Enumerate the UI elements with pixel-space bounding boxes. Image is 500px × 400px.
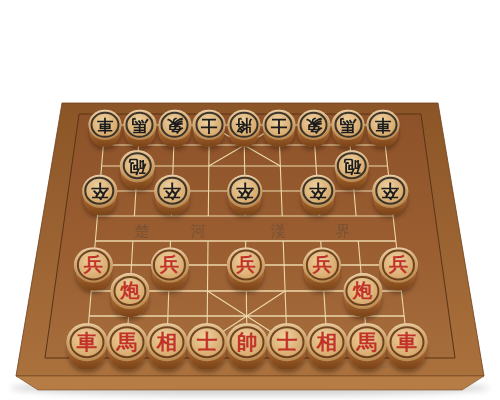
piece-face: 卒	[300, 175, 335, 208]
piece-face: 兵	[379, 247, 417, 282]
piece-black-advisor[interactable]: 士	[193, 110, 226, 147]
piece-red-cannon[interactable]: 炮	[110, 273, 149, 317]
piece-character: 馬	[332, 110, 365, 140]
piece-black-chariot[interactable]: 車	[89, 110, 122, 147]
piece-face: 將	[228, 110, 261, 140]
piece-black-elephant[interactable]: 象	[158, 110, 191, 147]
piece-character: 車	[367, 110, 400, 140]
piece-red-soldier[interactable]: 兵	[151, 247, 189, 290]
piece-face: 士	[262, 110, 295, 140]
piece-black-horse[interactable]: 馬	[332, 110, 365, 147]
piece-black-cannon[interactable]: 砲	[335, 150, 370, 189]
piece-face: 馬	[123, 110, 156, 140]
piece-character: 馬	[107, 323, 148, 361]
piece-black-soldier[interactable]: 卒	[300, 175, 335, 215]
piece-face: 車	[367, 110, 400, 140]
piece-black-soldier[interactable]: 卒	[82, 175, 117, 215]
playing-surface	[45, 114, 455, 358]
piece-face: 士	[193, 110, 226, 140]
piece-character: 砲	[120, 150, 155, 182]
river-char: 界	[336, 222, 351, 240]
piece-face: 馬	[107, 323, 148, 361]
piece-red-cannon[interactable]: 炮	[343, 273, 382, 317]
piece-character: 炮	[110, 273, 149, 309]
piece-character: 兵	[74, 247, 112, 282]
piece-character: 帥	[227, 323, 268, 361]
piece-character: 象	[158, 110, 191, 140]
piece-face: 相	[307, 323, 348, 361]
piece-character: 兵	[303, 247, 341, 282]
piece-black-cannon[interactable]: 砲	[120, 150, 155, 189]
piece-face: 兵	[303, 247, 341, 282]
piece-character: 車	[89, 110, 122, 140]
board-base-bevel	[16, 376, 484, 390]
piece-red-advisor[interactable]: 士	[267, 323, 308, 369]
piece-face: 卒	[82, 175, 117, 208]
piece-face: 卒	[373, 175, 408, 208]
piece-face: 馬	[332, 110, 365, 140]
piece-character: 兵	[151, 247, 189, 282]
piece-character: 卒	[373, 175, 408, 208]
piece-character: 炮	[343, 273, 382, 309]
piece-character: 車	[387, 323, 428, 361]
piece-face: 卒	[155, 175, 190, 208]
river-char: 楚	[135, 222, 150, 240]
piece-character: 卒	[82, 175, 117, 208]
piece-black-chariot[interactable]: 車	[367, 110, 400, 147]
piece-red-soldier[interactable]: 兵	[227, 247, 265, 290]
piece-character: 相	[307, 323, 348, 361]
piece-character: 砲	[335, 150, 370, 182]
piece-face: 象	[297, 110, 330, 140]
piece-red-general[interactable]: 帥	[227, 323, 268, 369]
piece-character: 兵	[379, 247, 417, 282]
piece-face: 車	[387, 323, 428, 361]
scene: 楚河漢界 車馬象士將士象馬車砲砲卒卒卒卒卒兵兵兵兵兵炮炮車馬相士帥士相馬車	[0, 0, 500, 400]
piece-character: 士	[193, 110, 226, 140]
river-char: 漢	[271, 222, 286, 240]
piece-face: 炮	[343, 273, 382, 309]
piece-character: 卒	[227, 175, 262, 208]
piece-red-soldier[interactable]: 兵	[74, 247, 112, 290]
piece-black-soldier[interactable]: 卒	[227, 175, 262, 215]
piece-face: 砲	[120, 150, 155, 182]
piece-face: 帥	[227, 323, 268, 361]
piece-black-general[interactable]: 將	[228, 110, 261, 147]
piece-face: 砲	[335, 150, 370, 182]
piece-face: 兵	[74, 247, 112, 282]
piece-character: 士	[262, 110, 295, 140]
piece-face: 炮	[110, 273, 149, 309]
piece-face: 車	[67, 323, 108, 361]
piece-red-chariot[interactable]: 車	[67, 323, 108, 369]
piece-character: 馬	[347, 323, 388, 361]
piece-character: 將	[228, 110, 261, 140]
piece-character: 相	[147, 323, 188, 361]
piece-black-elephant[interactable]: 象	[297, 110, 330, 147]
piece-face: 卒	[227, 175, 262, 208]
piece-red-chariot[interactable]: 車	[387, 323, 428, 369]
piece-character: 士	[187, 323, 228, 361]
piece-face: 士	[187, 323, 228, 361]
piece-face: 象	[158, 110, 191, 140]
river-char: 河	[191, 222, 206, 240]
piece-black-horse[interactable]: 馬	[123, 110, 156, 147]
piece-character: 馬	[123, 110, 156, 140]
piece-character: 車	[67, 323, 108, 361]
piece-face: 相	[147, 323, 188, 361]
piece-face: 兵	[151, 247, 189, 282]
piece-character: 卒	[155, 175, 190, 208]
piece-character: 象	[297, 110, 330, 140]
piece-red-horse[interactable]: 馬	[347, 323, 388, 369]
piece-red-elephant[interactable]: 相	[147, 323, 188, 369]
piece-black-advisor[interactable]: 士	[262, 110, 295, 147]
piece-red-elephant[interactable]: 相	[307, 323, 348, 369]
piece-face: 馬	[347, 323, 388, 361]
piece-face: 兵	[227, 247, 265, 282]
piece-character: 卒	[300, 175, 335, 208]
piece-red-horse[interactable]: 馬	[107, 323, 148, 369]
piece-character: 士	[267, 323, 308, 361]
piece-face: 車	[89, 110, 122, 140]
piece-character: 兵	[227, 247, 265, 282]
piece-red-soldier[interactable]: 兵	[379, 247, 417, 290]
piece-black-soldier[interactable]: 卒	[155, 175, 190, 215]
piece-black-soldier[interactable]: 卒	[373, 175, 408, 215]
piece-red-soldier[interactable]: 兵	[303, 247, 341, 290]
piece-red-advisor[interactable]: 士	[187, 323, 228, 369]
piece-face: 士	[267, 323, 308, 361]
